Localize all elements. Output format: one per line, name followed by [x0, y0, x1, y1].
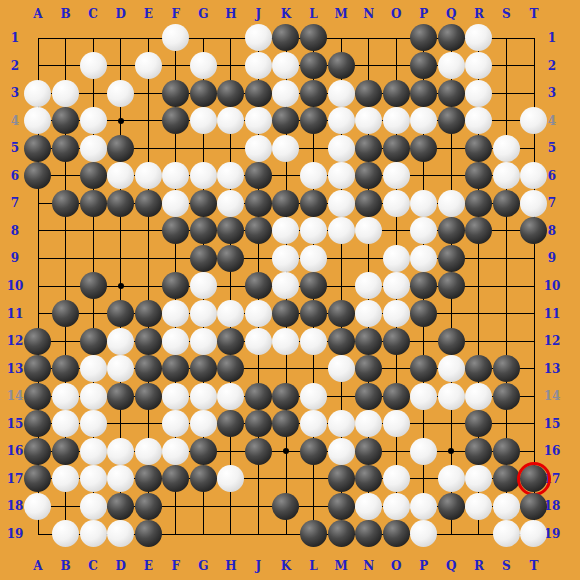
point-E17[interactable] [134, 465, 162, 493]
point-B17[interactable] [52, 465, 80, 493]
point-J15[interactable] [245, 410, 273, 438]
point-R7[interactable] [465, 190, 493, 218]
point-H7[interactable] [217, 190, 245, 218]
point-D1[interactable] [107, 24, 135, 52]
point-G7[interactable] [190, 190, 218, 218]
point-P6[interactable] [410, 162, 438, 190]
point-T18[interactable] [520, 493, 548, 521]
point-J6[interactable] [245, 162, 273, 190]
go-board[interactable]: AABBCCDDEEFFGGHHJJKKLLMMNNOOPPQQRRSSTT11… [0, 0, 580, 580]
point-A17[interactable] [24, 465, 52, 493]
point-P13[interactable] [410, 355, 438, 383]
point-E18[interactable] [134, 493, 162, 521]
point-A3[interactable] [24, 79, 52, 107]
point-N19[interactable] [355, 520, 383, 548]
point-P5[interactable] [410, 134, 438, 162]
point-A9[interactable] [24, 245, 52, 273]
point-N5[interactable] [355, 134, 383, 162]
point-E10[interactable] [134, 272, 162, 300]
point-K9[interactable] [272, 245, 300, 273]
point-T3[interactable] [520, 79, 548, 107]
point-M1[interactable] [327, 24, 355, 52]
point-S10[interactable] [493, 272, 521, 300]
point-G2[interactable] [190, 52, 218, 80]
point-K2[interactable] [272, 52, 300, 80]
point-Q13[interactable] [437, 355, 465, 383]
point-G6[interactable] [190, 162, 218, 190]
point-D14[interactable] [107, 382, 135, 410]
point-A10[interactable] [24, 272, 52, 300]
point-C16[interactable] [79, 437, 107, 465]
point-F12[interactable] [162, 327, 190, 355]
point-C2[interactable] [79, 52, 107, 80]
point-O12[interactable] [382, 327, 410, 355]
point-R4[interactable] [465, 107, 493, 135]
point-M15[interactable] [327, 410, 355, 438]
point-H8[interactable] [217, 217, 245, 245]
point-J11[interactable] [245, 300, 273, 328]
point-F15[interactable] [162, 410, 190, 438]
point-C19[interactable] [79, 520, 107, 548]
point-P14[interactable] [410, 382, 438, 410]
point-G19[interactable] [190, 520, 218, 548]
point-K15[interactable] [272, 410, 300, 438]
point-K17[interactable] [272, 465, 300, 493]
point-O15[interactable] [382, 410, 410, 438]
point-C11[interactable] [79, 300, 107, 328]
point-P16[interactable] [410, 437, 438, 465]
point-T7[interactable] [520, 190, 548, 218]
point-G11[interactable] [190, 300, 218, 328]
point-J1[interactable] [245, 24, 273, 52]
point-G15[interactable] [190, 410, 218, 438]
point-P10[interactable] [410, 272, 438, 300]
point-K18[interactable] [272, 493, 300, 521]
point-H4[interactable] [217, 107, 245, 135]
point-S1[interactable] [493, 24, 521, 52]
point-D13[interactable] [107, 355, 135, 383]
point-J14[interactable] [245, 382, 273, 410]
point-P8[interactable] [410, 217, 438, 245]
point-M11[interactable] [327, 300, 355, 328]
point-O2[interactable] [382, 52, 410, 80]
point-R3[interactable] [465, 79, 493, 107]
point-C17[interactable] [79, 465, 107, 493]
point-D10[interactable] [107, 272, 135, 300]
point-K4[interactable] [272, 107, 300, 135]
point-N16[interactable] [355, 437, 383, 465]
point-R17[interactable] [465, 465, 493, 493]
point-G13[interactable] [190, 355, 218, 383]
point-N7[interactable] [355, 190, 383, 218]
point-L10[interactable] [300, 272, 328, 300]
point-R9[interactable] [465, 245, 493, 273]
point-K11[interactable] [272, 300, 300, 328]
point-B9[interactable] [52, 245, 80, 273]
point-F3[interactable] [162, 79, 190, 107]
point-A14[interactable] [24, 382, 52, 410]
point-B7[interactable] [52, 190, 80, 218]
point-A13[interactable] [24, 355, 52, 383]
point-S17[interactable] [493, 465, 521, 493]
point-A18[interactable] [24, 493, 52, 521]
point-P1[interactable] [410, 24, 438, 52]
point-S11[interactable] [493, 300, 521, 328]
point-L4[interactable] [300, 107, 328, 135]
point-T10[interactable] [520, 272, 548, 300]
point-C14[interactable] [79, 382, 107, 410]
point-E7[interactable] [134, 190, 162, 218]
point-L13[interactable] [300, 355, 328, 383]
point-L5[interactable] [300, 134, 328, 162]
point-M7[interactable] [327, 190, 355, 218]
point-C6[interactable] [79, 162, 107, 190]
point-H13[interactable] [217, 355, 245, 383]
point-T6[interactable] [520, 162, 548, 190]
point-Q12[interactable] [437, 327, 465, 355]
point-O18[interactable] [382, 493, 410, 521]
point-M3[interactable] [327, 79, 355, 107]
point-A12[interactable] [24, 327, 52, 355]
point-J3[interactable] [245, 79, 273, 107]
point-T13[interactable] [520, 355, 548, 383]
point-C8[interactable] [79, 217, 107, 245]
point-D6[interactable] [107, 162, 135, 190]
point-C10[interactable] [79, 272, 107, 300]
point-S3[interactable] [493, 79, 521, 107]
point-S7[interactable] [493, 190, 521, 218]
point-M8[interactable] [327, 217, 355, 245]
point-Q3[interactable] [437, 79, 465, 107]
point-G5[interactable] [190, 134, 218, 162]
point-G1[interactable] [190, 24, 218, 52]
point-S8[interactable] [493, 217, 521, 245]
point-Q2[interactable] [437, 52, 465, 80]
point-T5[interactable] [520, 134, 548, 162]
point-Q17[interactable] [437, 465, 465, 493]
point-T11[interactable] [520, 300, 548, 328]
point-B6[interactable] [52, 162, 80, 190]
point-E4[interactable] [134, 107, 162, 135]
point-A2[interactable] [24, 52, 52, 80]
point-S2[interactable] [493, 52, 521, 80]
point-S19[interactable] [493, 520, 521, 548]
point-K7[interactable] [272, 190, 300, 218]
point-E14[interactable] [134, 382, 162, 410]
point-J8[interactable] [245, 217, 273, 245]
point-R15[interactable] [465, 410, 493, 438]
point-F4[interactable] [162, 107, 190, 135]
point-M2[interactable] [327, 52, 355, 80]
point-S15[interactable] [493, 410, 521, 438]
point-T9[interactable] [520, 245, 548, 273]
point-G9[interactable] [190, 245, 218, 273]
point-N14[interactable] [355, 382, 383, 410]
point-O3[interactable] [382, 79, 410, 107]
point-P18[interactable] [410, 493, 438, 521]
point-R10[interactable] [465, 272, 493, 300]
point-F10[interactable] [162, 272, 190, 300]
point-O17[interactable] [382, 465, 410, 493]
point-K10[interactable] [272, 272, 300, 300]
point-Q6[interactable] [437, 162, 465, 190]
point-R5[interactable] [465, 134, 493, 162]
point-B5[interactable] [52, 134, 80, 162]
point-F18[interactable] [162, 493, 190, 521]
point-E12[interactable] [134, 327, 162, 355]
point-G4[interactable] [190, 107, 218, 135]
point-T15[interactable] [520, 410, 548, 438]
point-D17[interactable] [107, 465, 135, 493]
point-R2[interactable] [465, 52, 493, 80]
point-A11[interactable] [24, 300, 52, 328]
point-B18[interactable] [52, 493, 80, 521]
point-B19[interactable] [52, 520, 80, 548]
point-D3[interactable] [107, 79, 135, 107]
point-S14[interactable] [493, 382, 521, 410]
point-H11[interactable] [217, 300, 245, 328]
point-O7[interactable] [382, 190, 410, 218]
point-H14[interactable] [217, 382, 245, 410]
point-H9[interactable] [217, 245, 245, 273]
point-R14[interactable] [465, 382, 493, 410]
point-N1[interactable] [355, 24, 383, 52]
point-M14[interactable] [327, 382, 355, 410]
point-R6[interactable] [465, 162, 493, 190]
point-D11[interactable] [107, 300, 135, 328]
point-E11[interactable] [134, 300, 162, 328]
point-S16[interactable] [493, 437, 521, 465]
point-Q4[interactable] [437, 107, 465, 135]
point-O4[interactable] [382, 107, 410, 135]
point-L15[interactable] [300, 410, 328, 438]
point-F16[interactable] [162, 437, 190, 465]
point-N10[interactable] [355, 272, 383, 300]
point-T14[interactable] [520, 382, 548, 410]
point-B10[interactable] [52, 272, 80, 300]
point-P3[interactable] [410, 79, 438, 107]
point-N3[interactable] [355, 79, 383, 107]
point-H1[interactable] [217, 24, 245, 52]
point-F8[interactable] [162, 217, 190, 245]
point-E16[interactable] [134, 437, 162, 465]
point-B4[interactable] [52, 107, 80, 135]
point-O9[interactable] [382, 245, 410, 273]
point-G12[interactable] [190, 327, 218, 355]
point-Q10[interactable] [437, 272, 465, 300]
point-L14[interactable] [300, 382, 328, 410]
point-C9[interactable] [79, 245, 107, 273]
point-H17[interactable] [217, 465, 245, 493]
point-R18[interactable] [465, 493, 493, 521]
point-A8[interactable] [24, 217, 52, 245]
point-M9[interactable] [327, 245, 355, 273]
point-R12[interactable] [465, 327, 493, 355]
point-N11[interactable] [355, 300, 383, 328]
point-O16[interactable] [382, 437, 410, 465]
point-L6[interactable] [300, 162, 328, 190]
point-M4[interactable] [327, 107, 355, 135]
point-Q9[interactable] [437, 245, 465, 273]
point-L11[interactable] [300, 300, 328, 328]
point-N18[interactable] [355, 493, 383, 521]
point-C18[interactable] [79, 493, 107, 521]
point-H10[interactable] [217, 272, 245, 300]
point-M17[interactable] [327, 465, 355, 493]
point-K16[interactable] [272, 437, 300, 465]
point-H2[interactable] [217, 52, 245, 80]
point-T8[interactable] [520, 217, 548, 245]
point-D18[interactable] [107, 493, 135, 521]
point-J7[interactable] [245, 190, 273, 218]
point-D15[interactable] [107, 410, 135, 438]
point-L16[interactable] [300, 437, 328, 465]
point-E2[interactable] [134, 52, 162, 80]
point-P11[interactable] [410, 300, 438, 328]
point-T1[interactable] [520, 24, 548, 52]
point-R16[interactable] [465, 437, 493, 465]
point-B14[interactable] [52, 382, 80, 410]
point-J10[interactable] [245, 272, 273, 300]
point-A7[interactable] [24, 190, 52, 218]
point-A5[interactable] [24, 134, 52, 162]
point-A1[interactable] [24, 24, 52, 52]
point-D7[interactable] [107, 190, 135, 218]
point-P19[interactable] [410, 520, 438, 548]
point-Q1[interactable] [437, 24, 465, 52]
point-B12[interactable] [52, 327, 80, 355]
point-H18[interactable] [217, 493, 245, 521]
point-C5[interactable] [79, 134, 107, 162]
point-L3[interactable] [300, 79, 328, 107]
point-G14[interactable] [190, 382, 218, 410]
point-N17[interactable] [355, 465, 383, 493]
point-C1[interactable] [79, 24, 107, 52]
point-P17[interactable] [410, 465, 438, 493]
point-H3[interactable] [217, 79, 245, 107]
point-H19[interactable] [217, 520, 245, 548]
point-K12[interactable] [272, 327, 300, 355]
point-Q18[interactable] [437, 493, 465, 521]
point-Q14[interactable] [437, 382, 465, 410]
point-H12[interactable] [217, 327, 245, 355]
point-O5[interactable] [382, 134, 410, 162]
point-T16[interactable] [520, 437, 548, 465]
point-C7[interactable] [79, 190, 107, 218]
point-B1[interactable] [52, 24, 80, 52]
point-G8[interactable] [190, 217, 218, 245]
point-K1[interactable] [272, 24, 300, 52]
point-D16[interactable] [107, 437, 135, 465]
point-Q19[interactable] [437, 520, 465, 548]
point-D12[interactable] [107, 327, 135, 355]
point-A4[interactable] [24, 107, 52, 135]
point-O10[interactable] [382, 272, 410, 300]
point-E19[interactable] [134, 520, 162, 548]
point-G17[interactable] [190, 465, 218, 493]
point-A16[interactable] [24, 437, 52, 465]
point-G16[interactable] [190, 437, 218, 465]
point-B13[interactable] [52, 355, 80, 383]
point-P2[interactable] [410, 52, 438, 80]
point-S13[interactable] [493, 355, 521, 383]
point-D4[interactable] [107, 107, 135, 135]
point-E3[interactable] [134, 79, 162, 107]
point-O13[interactable] [382, 355, 410, 383]
point-E8[interactable] [134, 217, 162, 245]
point-C4[interactable] [79, 107, 107, 135]
point-L7[interactable] [300, 190, 328, 218]
point-K6[interactable] [272, 162, 300, 190]
point-P7[interactable] [410, 190, 438, 218]
point-Q8[interactable] [437, 217, 465, 245]
point-J17[interactable] [245, 465, 273, 493]
point-H15[interactable] [217, 410, 245, 438]
point-L1[interactable] [300, 24, 328, 52]
point-L9[interactable] [300, 245, 328, 273]
point-R1[interactable] [465, 24, 493, 52]
point-L18[interactable] [300, 493, 328, 521]
point-Q16[interactable] [437, 437, 465, 465]
point-J2[interactable] [245, 52, 273, 80]
point-F13[interactable] [162, 355, 190, 383]
point-K14[interactable] [272, 382, 300, 410]
point-C3[interactable] [79, 79, 107, 107]
point-F11[interactable] [162, 300, 190, 328]
point-L12[interactable] [300, 327, 328, 355]
point-F6[interactable] [162, 162, 190, 190]
point-F2[interactable] [162, 52, 190, 80]
point-P15[interactable] [410, 410, 438, 438]
point-T17[interactable] [520, 465, 548, 493]
point-D9[interactable] [107, 245, 135, 273]
point-N6[interactable] [355, 162, 383, 190]
point-T19[interactable] [520, 520, 548, 548]
point-B16[interactable] [52, 437, 80, 465]
point-S4[interactable] [493, 107, 521, 135]
point-K5[interactable] [272, 134, 300, 162]
point-R19[interactable] [465, 520, 493, 548]
point-F19[interactable] [162, 520, 190, 548]
point-L2[interactable] [300, 52, 328, 80]
point-F17[interactable] [162, 465, 190, 493]
point-Q5[interactable] [437, 134, 465, 162]
point-B8[interactable] [52, 217, 80, 245]
point-J9[interactable] [245, 245, 273, 273]
point-O1[interactable] [382, 24, 410, 52]
point-J18[interactable] [245, 493, 273, 521]
point-B11[interactable] [52, 300, 80, 328]
point-K3[interactable] [272, 79, 300, 107]
point-L17[interactable] [300, 465, 328, 493]
point-F14[interactable] [162, 382, 190, 410]
point-A15[interactable] [24, 410, 52, 438]
point-N2[interactable] [355, 52, 383, 80]
point-J12[interactable] [245, 327, 273, 355]
point-S18[interactable] [493, 493, 521, 521]
point-J5[interactable] [245, 134, 273, 162]
point-O8[interactable] [382, 217, 410, 245]
point-R8[interactable] [465, 217, 493, 245]
point-Q7[interactable] [437, 190, 465, 218]
point-B15[interactable] [52, 410, 80, 438]
point-M5[interactable] [327, 134, 355, 162]
point-N13[interactable] [355, 355, 383, 383]
point-C12[interactable] [79, 327, 107, 355]
point-B2[interactable] [52, 52, 80, 80]
point-J16[interactable] [245, 437, 273, 465]
point-M13[interactable] [327, 355, 355, 383]
